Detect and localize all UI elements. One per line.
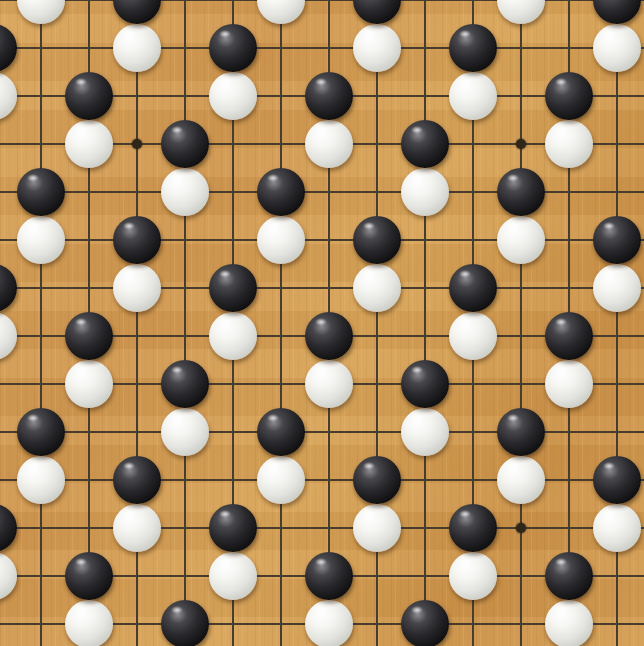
- grid-line-horizontal: [0, 0, 644, 1]
- stone-black[interactable]: [65, 552, 113, 600]
- stone-white[interactable]: [113, 504, 161, 552]
- stone-black[interactable]: [65, 72, 113, 120]
- stone-white[interactable]: [257, 456, 305, 504]
- stone-white[interactable]: [113, 264, 161, 312]
- star-point: [132, 139, 142, 149]
- stone-black[interactable]: [497, 168, 545, 216]
- stone-white[interactable]: [353, 24, 401, 72]
- stone-white[interactable]: [593, 24, 641, 72]
- stone-white[interactable]: [65, 600, 113, 646]
- stone-black[interactable]: [305, 72, 353, 120]
- stone-white[interactable]: [17, 0, 65, 24]
- stone-white[interactable]: [305, 120, 353, 168]
- stone-white[interactable]: [449, 312, 497, 360]
- grid-line-horizontal: [0, 527, 644, 529]
- stone-black[interactable]: [305, 552, 353, 600]
- stone-white[interactable]: [353, 504, 401, 552]
- stone-black[interactable]: [17, 168, 65, 216]
- stone-white[interactable]: [305, 600, 353, 646]
- stone-white[interactable]: [401, 168, 449, 216]
- grid-line-horizontal: [0, 191, 644, 193]
- stone-black[interactable]: [449, 504, 497, 552]
- stone-white[interactable]: [449, 72, 497, 120]
- stone-black[interactable]: [545, 552, 593, 600]
- stone-white[interactable]: [0, 72, 17, 120]
- stone-black[interactable]: [593, 216, 641, 264]
- stone-black[interactable]: [449, 24, 497, 72]
- stone-white[interactable]: [497, 0, 545, 24]
- stone-black[interactable]: [305, 312, 353, 360]
- stone-black[interactable]: [545, 72, 593, 120]
- stone-black[interactable]: [113, 456, 161, 504]
- stone-black[interactable]: [209, 264, 257, 312]
- stone-black[interactable]: [0, 264, 17, 312]
- stone-black[interactable]: [0, 504, 17, 552]
- stone-black[interactable]: [353, 216, 401, 264]
- stone-white[interactable]: [65, 360, 113, 408]
- star-point: [516, 139, 526, 149]
- stone-black[interactable]: [545, 312, 593, 360]
- stone-white[interactable]: [17, 216, 65, 264]
- stone-white[interactable]: [593, 264, 641, 312]
- stone-white[interactable]: [209, 552, 257, 600]
- grid-line-horizontal: [0, 479, 644, 481]
- stone-white[interactable]: [257, 0, 305, 24]
- stone-black[interactable]: [401, 360, 449, 408]
- stone-white[interactable]: [113, 24, 161, 72]
- stone-black[interactable]: [593, 456, 641, 504]
- stone-white[interactable]: [0, 312, 17, 360]
- stone-black[interactable]: [401, 600, 449, 646]
- stone-white[interactable]: [545, 120, 593, 168]
- stone-white[interactable]: [65, 120, 113, 168]
- stone-black[interactable]: [257, 408, 305, 456]
- stone-black[interactable]: [17, 408, 65, 456]
- go-board[interactable]: [0, 0, 644, 646]
- star-point: [516, 523, 526, 533]
- stone-white[interactable]: [209, 312, 257, 360]
- stone-white[interactable]: [161, 408, 209, 456]
- stone-black[interactable]: [257, 168, 305, 216]
- stone-white[interactable]: [161, 168, 209, 216]
- grid-line-horizontal: [0, 287, 644, 289]
- stone-black[interactable]: [113, 0, 161, 24]
- stone-black[interactable]: [353, 456, 401, 504]
- grid-line-horizontal: [0, 431, 644, 433]
- stone-white[interactable]: [545, 600, 593, 646]
- stone-black[interactable]: [161, 600, 209, 646]
- stone-white[interactable]: [305, 360, 353, 408]
- stone-white[interactable]: [497, 216, 545, 264]
- stone-white[interactable]: [353, 264, 401, 312]
- stone-black[interactable]: [0, 24, 17, 72]
- stone-white[interactable]: [545, 360, 593, 408]
- stone-white[interactable]: [0, 552, 17, 600]
- stone-black[interactable]: [113, 216, 161, 264]
- stone-white[interactable]: [401, 408, 449, 456]
- stone-black[interactable]: [401, 120, 449, 168]
- stone-white[interactable]: [257, 216, 305, 264]
- stone-black[interactable]: [209, 24, 257, 72]
- stone-black[interactable]: [353, 0, 401, 24]
- stone-black[interactable]: [161, 120, 209, 168]
- stone-black[interactable]: [449, 264, 497, 312]
- stone-white[interactable]: [497, 456, 545, 504]
- stone-black[interactable]: [209, 504, 257, 552]
- stone-black[interactable]: [593, 0, 641, 24]
- stone-black[interactable]: [497, 408, 545, 456]
- stone-white[interactable]: [209, 72, 257, 120]
- stone-black[interactable]: [161, 360, 209, 408]
- stone-white[interactable]: [593, 504, 641, 552]
- stone-white[interactable]: [449, 552, 497, 600]
- stone-black[interactable]: [65, 312, 113, 360]
- grid-line-horizontal: [0, 239, 644, 241]
- stone-white[interactable]: [17, 456, 65, 504]
- grid-line-horizontal: [0, 47, 644, 49]
